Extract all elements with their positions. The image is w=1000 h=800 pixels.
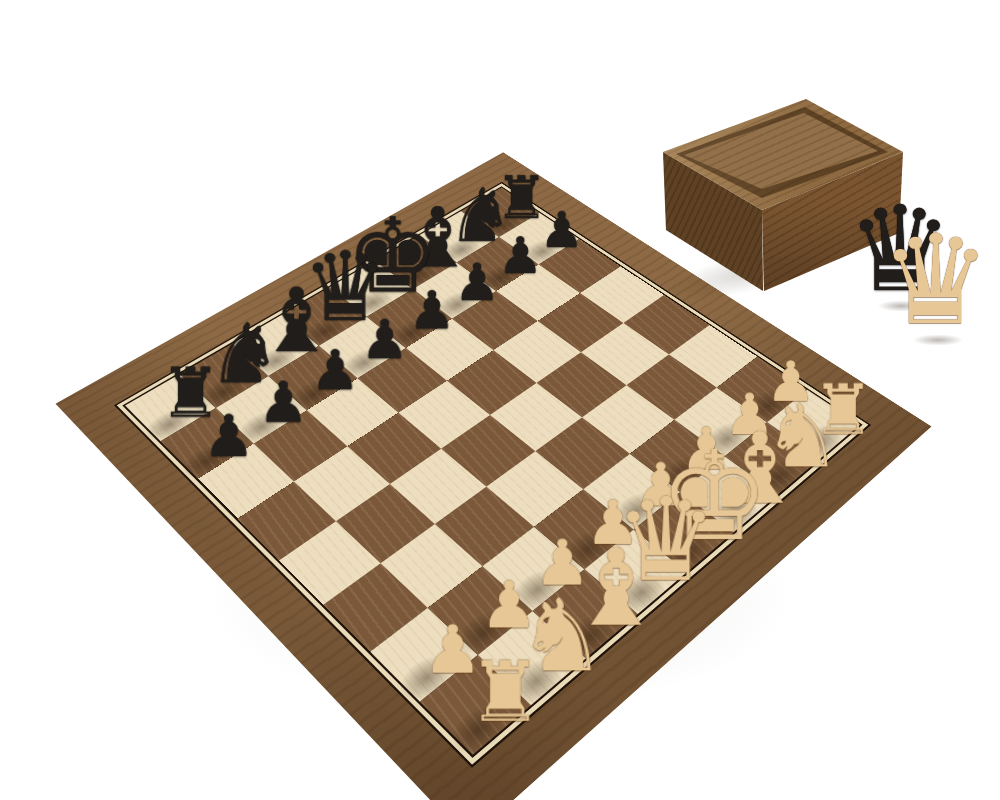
piece-white-rook-a1: ♜ xyxy=(434,653,578,733)
product-photo-stage: ♜♞♝♛♚♝♞♜♟♟♟♟♟♟♟♟♟♟♟♟♟♟♟♟♜♞♝♛♚♝♞♜ ♛ ♛ xyxy=(0,0,1000,800)
spare-white-queen: ♛ xyxy=(880,218,990,342)
piece-black-pawn-a7: ♟ xyxy=(168,408,289,463)
square-a7: ♟ xyxy=(161,408,254,479)
